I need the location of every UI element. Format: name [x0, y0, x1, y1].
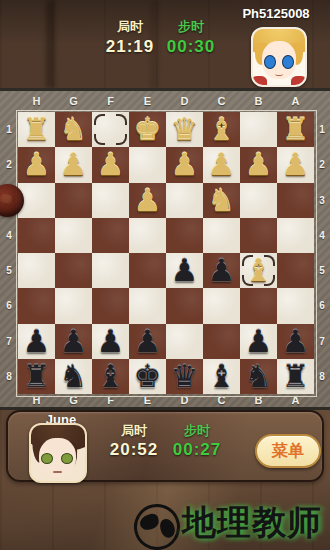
file-label-e: E — [129, 95, 166, 107]
square-c2[interactable]: ♟ — [203, 147, 240, 182]
piece-bP: ♟ — [129, 324, 166, 359]
avatar-mouth — [53, 471, 62, 473]
piece-bK: ♚ — [129, 359, 166, 394]
square-g2[interactable]: ♟ — [55, 147, 92, 182]
square-f8[interactable]: ♝ — [92, 359, 129, 394]
square-b7[interactable]: ♟ — [240, 324, 277, 359]
square-d4[interactable] — [166, 218, 203, 253]
avatar-eye — [282, 55, 294, 69]
square-g7[interactable]: ♟ — [55, 324, 92, 359]
square-e3[interactable]: ♟ — [129, 183, 166, 218]
square-c1[interactable]: ♝ — [203, 112, 240, 147]
square-a3[interactable] — [277, 183, 314, 218]
bottom-player-avatar[interactable] — [29, 423, 87, 483]
avatar-eye — [41, 453, 53, 464]
square-e1[interactable]: ♚ — [129, 112, 166, 147]
square-a4[interactable] — [277, 218, 314, 253]
square-g5[interactable] — [55, 253, 92, 288]
square-g4[interactable] — [55, 218, 92, 253]
piece-wP: ♟ — [18, 147, 55, 182]
piece-bR: ♜ — [18, 359, 55, 394]
piece-wN: ♞ — [55, 112, 92, 147]
piece-wP: ♟ — [240, 147, 277, 182]
top-move-time-value: 00:30 — [153, 37, 229, 57]
top-move-time-label: 步时 — [161, 18, 221, 36]
globe-logo-icon — [130, 500, 185, 550]
piece-wP: ♟ — [277, 147, 314, 182]
piece-wP: ♟ — [129, 183, 166, 218]
square-e5[interactable] — [129, 253, 166, 288]
avatar-outfit — [251, 76, 267, 87]
piece-bB: ♝ — [92, 359, 129, 394]
piece-bP: ♟ — [55, 324, 92, 359]
piece-bR: ♜ — [277, 359, 314, 394]
top-game-time-label: 局时 — [100, 18, 160, 36]
square-c5[interactable]: ♟ — [203, 253, 240, 288]
watermark-text: 地理教师 — [182, 500, 330, 546]
piece-wP: ♟ — [166, 147, 203, 182]
square-g6[interactable] — [55, 288, 92, 323]
piece-bB: ♝ — [203, 359, 240, 394]
file-label-d: D — [166, 95, 203, 107]
square-b8[interactable]: ♞ — [240, 359, 277, 394]
file-label-h: H — [18, 95, 55, 107]
square-c8[interactable]: ♝ — [203, 359, 240, 394]
square-f3[interactable] — [92, 183, 129, 218]
piece-wR: ♜ — [18, 112, 55, 147]
square-g1[interactable]: ♞ — [55, 112, 92, 147]
square-d5[interactable]: ♟ — [166, 253, 203, 288]
square-b3[interactable] — [240, 183, 277, 218]
square-f5[interactable] — [92, 253, 129, 288]
square-d7[interactable] — [166, 324, 203, 359]
file-label-c: C — [203, 95, 240, 107]
bottom-game-time-label: 局时 — [104, 422, 164, 440]
chess-board-frame: HGFEDCBA HGFEDCBA 12345678 12345678 ♜♞♚♛… — [0, 88, 330, 410]
square-c6[interactable] — [203, 288, 240, 323]
bottom-move-time-label: 步时 — [167, 422, 227, 440]
piece-bP: ♟ — [240, 324, 277, 359]
piece-wP: ♟ — [92, 147, 129, 182]
file-label-a: A — [277, 95, 314, 107]
square-a8[interactable]: ♜ — [277, 359, 314, 394]
piece-bN: ♞ — [55, 359, 92, 394]
piece-wQ: ♛ — [166, 112, 203, 147]
watermark: 地理教师 — [120, 498, 330, 550]
piece-bP: ♟ — [166, 253, 203, 288]
piece-bP: ♟ — [203, 253, 240, 288]
square-d6[interactable] — [166, 288, 203, 323]
file-label-b: B — [240, 95, 277, 107]
square-d8[interactable]: ♛ — [166, 359, 203, 394]
square-b2[interactable]: ♟ — [240, 147, 277, 182]
square-b6[interactable] — [240, 288, 277, 323]
square-c3[interactable]: ♞ — [203, 183, 240, 218]
bottom-move-time-value: 00:27 — [159, 440, 235, 460]
square-h2[interactable]: ♟ — [18, 147, 55, 182]
piece-bP: ♟ — [277, 324, 314, 359]
square-a2[interactable]: ♟ — [277, 147, 314, 182]
square-d1[interactable]: ♛ — [166, 112, 203, 147]
avatar-eye — [61, 453, 73, 464]
piece-wR: ♜ — [277, 112, 314, 147]
piece-wP: ♟ — [203, 147, 240, 182]
square-e6[interactable] — [129, 288, 166, 323]
bottom-player-panel: June 局时 20:52 步时 00:27 菜单 — [6, 410, 324, 482]
chess-app-screen: 局时 21:19 步时 00:30 Ph5125008 HGFEDCBA HGF… — [0, 0, 330, 550]
piece-bQ: ♛ — [166, 359, 203, 394]
wood-grain — [46, 0, 55, 88]
square-f4[interactable] — [92, 218, 129, 253]
square-h1[interactable]: ♜ — [18, 112, 55, 147]
square-h8[interactable]: ♜ — [18, 359, 55, 394]
square-c7[interactable] — [203, 324, 240, 359]
square-e4[interactable] — [129, 218, 166, 253]
piece-bP: ♟ — [18, 324, 55, 359]
square-f7[interactable]: ♟ — [92, 324, 129, 359]
last-move-marker — [94, 114, 127, 145]
square-e2[interactable] — [129, 147, 166, 182]
square-a6[interactable] — [277, 288, 314, 323]
board-grid: ♜♞♚♛♝♜♟♟♟♟♟♟♟♟♞♟♟♝♟♟♟♟♟♟♜♞♝♚♛♝♞♜ — [18, 112, 314, 394]
file-labels-top: HGFEDCBA — [18, 95, 314, 107]
piece-wB: ♝ — [203, 112, 240, 147]
avatar-mouth — [275, 72, 283, 76]
square-b5[interactable]: ♝ — [240, 253, 277, 288]
piece-wK: ♚ — [129, 112, 166, 147]
avatar-outfit — [291, 76, 307, 87]
avatar-eye — [264, 55, 276, 69]
square-f1[interactable] — [92, 112, 129, 147]
square-h6[interactable] — [18, 288, 55, 323]
square-c4[interactable] — [203, 218, 240, 253]
top-player-avatar[interactable] — [251, 27, 307, 87]
file-label-g: G — [55, 95, 92, 107]
square-d3[interactable] — [166, 183, 203, 218]
top-player-name: Ph5125008 — [226, 6, 326, 21]
piece-wN: ♞ — [203, 183, 240, 218]
square-a7[interactable]: ♟ — [277, 324, 314, 359]
menu-button[interactable]: 菜单 — [255, 434, 321, 468]
square-a1[interactable]: ♜ — [277, 112, 314, 147]
square-h5[interactable] — [18, 253, 55, 288]
piece-bP: ♟ — [92, 324, 129, 359]
piece-wP: ♟ — [55, 147, 92, 182]
square-f6[interactable] — [92, 288, 129, 323]
file-label-f: F — [92, 95, 129, 107]
square-h7[interactable]: ♟ — [18, 324, 55, 359]
square-e7[interactable]: ♟ — [129, 324, 166, 359]
square-e8[interactable]: ♚ — [129, 359, 166, 394]
square-d2[interactable]: ♟ — [166, 147, 203, 182]
square-g8[interactable]: ♞ — [55, 359, 92, 394]
piece-bN: ♞ — [240, 359, 277, 394]
square-a5[interactable] — [277, 253, 314, 288]
square-b4[interactable] — [240, 218, 277, 253]
piece-wB: ♝ — [240, 253, 277, 288]
square-g3[interactable] — [55, 183, 92, 218]
square-b1[interactable] — [240, 112, 277, 147]
square-h4[interactable] — [18, 218, 55, 253]
square-f2[interactable]: ♟ — [92, 147, 129, 182]
